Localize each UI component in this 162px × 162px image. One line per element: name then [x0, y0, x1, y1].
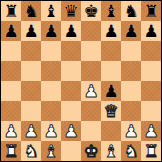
white-bishop-piece[interactable]: ♝	[43, 141, 58, 161]
square-d5[interactable]	[61, 61, 81, 81]
square-g6[interactable]	[121, 41, 141, 61]
square-f2[interactable]	[101, 121, 121, 141]
square-h2[interactable]: ♟	[141, 121, 161, 141]
square-a4[interactable]	[1, 81, 21, 101]
square-b4[interactable]	[21, 81, 41, 101]
white-pawn-piece[interactable]: ♟	[3, 121, 18, 141]
white-queen-piece[interactable]: ♛	[103, 101, 118, 121]
white-rook-piece[interactable]: ♜	[143, 141, 158, 161]
square-b3[interactable]	[21, 101, 41, 121]
square-a7[interactable]: ♟	[1, 21, 21, 41]
black-pawn-piece[interactable]: ♟	[63, 21, 78, 41]
black-pawn-piece[interactable]: ♟	[123, 21, 138, 41]
square-e6[interactable]	[81, 41, 101, 61]
square-b8[interactable]: ♞	[21, 1, 41, 21]
square-c8[interactable]: ♝	[41, 1, 61, 21]
square-d7[interactable]: ♟	[61, 21, 81, 41]
square-c1[interactable]: ♝	[41, 141, 61, 161]
square-f7[interactable]: ♟	[101, 21, 121, 41]
white-knight-piece[interactable]: ♞	[23, 141, 38, 161]
white-knight-piece[interactable]: ♞	[123, 141, 138, 161]
black-pawn-piece[interactable]: ♟	[143, 21, 158, 41]
square-d4[interactable]	[61, 81, 81, 101]
square-e5[interactable]	[81, 61, 101, 81]
white-pawn-piece[interactable]: ♟	[63, 121, 78, 141]
white-pawn-piece[interactable]: ♟	[43, 121, 58, 141]
square-h6[interactable]	[141, 41, 161, 61]
white-pawn-piece[interactable]: ♟	[143, 121, 158, 141]
white-bishop-piece[interactable]: ♝	[103, 141, 118, 161]
white-rook-piece[interactable]: ♜	[3, 141, 18, 161]
square-e7[interactable]	[81, 21, 101, 41]
black-rook-piece[interactable]: ♜	[3, 1, 18, 21]
square-h1[interactable]: ♜	[141, 141, 161, 161]
square-c2[interactable]: ♟	[41, 121, 61, 141]
square-e8[interactable]: ♚	[81, 1, 101, 21]
square-g7[interactable]: ♟	[121, 21, 141, 41]
square-h7[interactable]: ♟	[141, 21, 161, 41]
square-h4[interactable]	[141, 81, 161, 101]
white-pawn-piece[interactable]: ♟	[23, 121, 38, 141]
black-knight-piece[interactable]: ♞	[23, 1, 38, 21]
square-b5[interactable]	[21, 61, 41, 81]
black-pawn-piece[interactable]: ♟	[103, 21, 118, 41]
black-king-piece[interactable]: ♚	[83, 1, 98, 21]
square-f5[interactable]	[101, 61, 121, 81]
square-h8[interactable]: ♜	[141, 1, 161, 21]
square-c6[interactable]	[41, 41, 61, 61]
square-e2[interactable]	[81, 121, 101, 141]
square-f4[interactable]: ♟	[101, 81, 121, 101]
square-a1[interactable]: ♜	[1, 141, 21, 161]
square-e4[interactable]: ♟	[81, 81, 101, 101]
square-b2[interactable]: ♟	[21, 121, 41, 141]
square-d6[interactable]	[61, 41, 81, 61]
square-f3[interactable]: ♛	[101, 101, 121, 121]
square-c5[interactable]	[41, 61, 61, 81]
white-pawn-piece[interactable]: ♟	[123, 121, 138, 141]
black-queen-piece[interactable]: ♛	[63, 1, 78, 21]
square-c4[interactable]	[41, 81, 61, 101]
white-king-piece[interactable]: ♚	[83, 141, 98, 161]
white-pawn-piece[interactable]: ♟	[83, 81, 98, 101]
black-knight-piece[interactable]: ♞	[123, 1, 138, 21]
square-d8[interactable]: ♛	[61, 1, 81, 21]
chess-board-frame: ♜♞♝♛♚♝♞♜♟♟♟♟♟♟♟♟♟♛♟♟♟♟♟♟♜♞♝♚♝♞♜	[0, 0, 162, 162]
square-g5[interactable]	[121, 61, 141, 81]
square-f1[interactable]: ♝	[101, 141, 121, 161]
square-b7[interactable]: ♟	[21, 21, 41, 41]
square-a8[interactable]: ♜	[1, 1, 21, 21]
square-h5[interactable]	[141, 61, 161, 81]
square-c7[interactable]: ♟	[41, 21, 61, 41]
black-bishop-piece[interactable]: ♝	[43, 1, 58, 21]
square-h3[interactable]	[141, 101, 161, 121]
square-d1[interactable]	[61, 141, 81, 161]
black-pawn-piece[interactable]: ♟	[43, 21, 58, 41]
square-e3[interactable]	[81, 101, 101, 121]
square-d3[interactable]	[61, 101, 81, 121]
black-rook-piece[interactable]: ♜	[143, 1, 158, 21]
square-g3[interactable]	[121, 101, 141, 121]
black-pawn-piece[interactable]: ♟	[103, 81, 118, 101]
square-c3[interactable]	[41, 101, 61, 121]
black-bishop-piece[interactable]: ♝	[103, 1, 118, 21]
black-pawn-piece[interactable]: ♟	[23, 21, 38, 41]
square-e1[interactable]: ♚	[81, 141, 101, 161]
square-d2[interactable]: ♟	[61, 121, 81, 141]
square-b1[interactable]: ♞	[21, 141, 41, 161]
square-g1[interactable]: ♞	[121, 141, 141, 161]
square-b6[interactable]	[21, 41, 41, 61]
square-g2[interactable]: ♟	[121, 121, 141, 141]
chess-board: ♜♞♝♛♚♝♞♜♟♟♟♟♟♟♟♟♟♛♟♟♟♟♟♟♜♞♝♚♝♞♜	[1, 1, 161, 161]
square-a6[interactable]	[1, 41, 21, 61]
square-a3[interactable]	[1, 101, 21, 121]
square-g8[interactable]: ♞	[121, 1, 141, 21]
black-pawn-piece[interactable]: ♟	[3, 21, 18, 41]
square-f8[interactable]: ♝	[101, 1, 121, 21]
square-g4[interactable]	[121, 81, 141, 101]
square-a2[interactable]: ♟	[1, 121, 21, 141]
square-f6[interactable]	[101, 41, 121, 61]
square-a5[interactable]	[1, 61, 21, 81]
